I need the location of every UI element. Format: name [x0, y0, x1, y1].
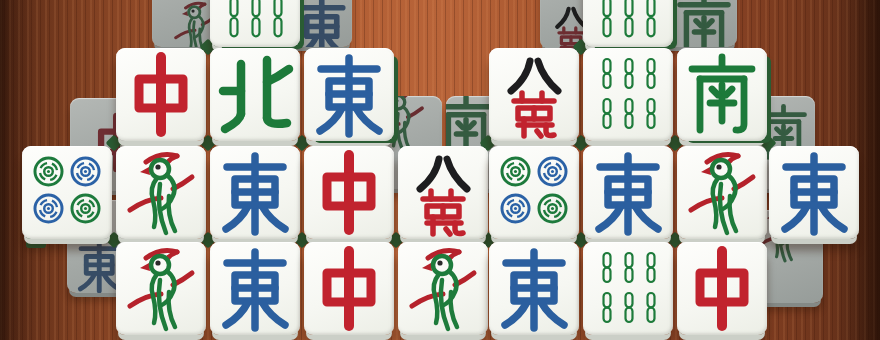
tile-eight-characters[interactable] — [489, 48, 579, 141]
tile-three-bamboo[interactable] — [583, 0, 673, 47]
tile-eight-characters[interactable] — [398, 146, 488, 239]
tile-east-wind[interactable] — [210, 242, 300, 335]
tile-east-wind[interactable] — [769, 146, 859, 239]
tile-one-bamboo[interactable] — [398, 242, 488, 335]
tile-red-dragon[interactable] — [304, 146, 394, 239]
tile-red-dragon[interactable] — [677, 242, 767, 335]
tile-north-wind[interactable] — [210, 48, 300, 141]
tile-south-wind[interactable] — [677, 48, 767, 141]
tile-east-wind[interactable] — [583, 146, 673, 239]
tile-east-wind[interactable] — [304, 48, 394, 141]
tile-east-wind[interactable] — [489, 242, 579, 335]
tile-four-dots[interactable] — [489, 146, 579, 239]
tile-east-wind[interactable] — [210, 146, 300, 239]
tile-four-dots[interactable] — [22, 146, 112, 239]
tile-one-bamboo[interactable] — [116, 146, 206, 239]
tile-one-bamboo[interactable] — [677, 146, 767, 239]
tile-six-bamboo[interactable] — [583, 48, 673, 141]
mahjong-board — [0, 0, 880, 340]
tile-red-dragon[interactable] — [304, 242, 394, 335]
tile-one-bamboo[interactable] — [116, 242, 206, 335]
tile-red-dragon[interactable] — [116, 48, 206, 141]
tile-six-bamboo[interactable] — [583, 242, 673, 335]
tile-three-bamboo[interactable] — [210, 0, 300, 47]
